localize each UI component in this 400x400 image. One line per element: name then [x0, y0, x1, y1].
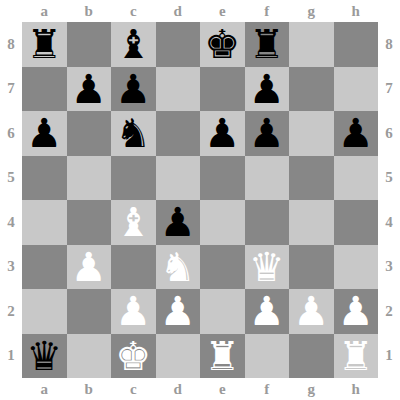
- piece-black-pawn[interactable]: ♟: [71, 67, 107, 111]
- square-f4[interactable]: [245, 200, 290, 245]
- rank-label: 2: [0, 289, 22, 334]
- square-a3[interactable]: [22, 245, 67, 290]
- square-c7[interactable]: ♟: [111, 67, 156, 112]
- file-label: h: [334, 378, 379, 400]
- piece-white-rook[interactable]: ♜: [338, 334, 374, 378]
- file-label: e: [200, 378, 245, 400]
- board: ♜♝♚♜♟♟♟♟♞♟♟♟♝♟♟♞♛♟♟♟♟♟♛♚♜♜: [22, 22, 378, 378]
- file-label: a: [22, 0, 67, 22]
- square-b2[interactable]: [67, 289, 112, 334]
- piece-black-king[interactable]: ♚: [204, 22, 240, 66]
- square-g1[interactable]: [289, 334, 334, 379]
- square-f8[interactable]: ♜: [245, 22, 290, 67]
- file-label: c: [111, 378, 156, 400]
- square-g8[interactable]: [289, 22, 334, 67]
- rank-label: 4: [0, 200, 22, 245]
- square-d8[interactable]: [156, 22, 201, 67]
- piece-white-pawn[interactable]: ♟: [115, 289, 151, 333]
- square-c5[interactable]: [111, 156, 156, 201]
- square-e8[interactable]: ♚: [200, 22, 245, 67]
- square-e1[interactable]: ♜: [200, 334, 245, 379]
- square-a4[interactable]: [22, 200, 67, 245]
- square-e5[interactable]: [200, 156, 245, 201]
- piece-black-pawn[interactable]: ♟: [26, 111, 62, 155]
- square-f6[interactable]: ♟: [245, 111, 290, 156]
- square-b4[interactable]: [67, 200, 112, 245]
- file-label: f: [245, 378, 290, 400]
- file-labels-top: a b c d e f g h: [22, 0, 378, 22]
- square-e7[interactable]: [200, 67, 245, 112]
- rank-label: 7: [0, 67, 22, 112]
- piece-white-pawn[interactable]: ♟: [338, 289, 374, 333]
- square-d5[interactable]: [156, 156, 201, 201]
- piece-black-pawn[interactable]: ♟: [249, 111, 285, 155]
- piece-black-pawn[interactable]: ♟: [204, 111, 240, 155]
- file-label: f: [245, 0, 290, 22]
- rank-label: 8: [378, 22, 400, 67]
- square-e3[interactable]: [200, 245, 245, 290]
- file-labels-bottom: a b c d e f g h: [22, 378, 378, 400]
- piece-white-king[interactable]: ♚: [115, 334, 151, 378]
- square-a8[interactable]: ♜: [22, 22, 67, 67]
- square-c8[interactable]: ♝: [111, 22, 156, 67]
- square-c4[interactable]: ♝: [111, 200, 156, 245]
- rank-label: 4: [378, 200, 400, 245]
- rank-label: 6: [378, 111, 400, 156]
- square-d3[interactable]: ♞: [156, 245, 201, 290]
- square-h7[interactable]: [334, 67, 379, 112]
- square-e4[interactable]: [200, 200, 245, 245]
- piece-white-rook[interactable]: ♜: [204, 334, 240, 378]
- square-c3[interactable]: [111, 245, 156, 290]
- piece-black-pawn[interactable]: ♟: [160, 200, 196, 244]
- square-b5[interactable]: [67, 156, 112, 201]
- square-h8[interactable]: [334, 22, 379, 67]
- piece-white-pawn[interactable]: ♟: [293, 289, 329, 333]
- chess-board-diagram: a b c d e f g h 8 7 6 5 4 3 2 1 8 7 6 5 …: [0, 0, 400, 400]
- file-label: c: [111, 0, 156, 22]
- square-d6[interactable]: [156, 111, 201, 156]
- square-f5[interactable]: [245, 156, 290, 201]
- square-h6[interactable]: ♟: [334, 111, 379, 156]
- piece-black-knight[interactable]: ♞: [115, 111, 151, 155]
- square-f2[interactable]: ♟: [245, 289, 290, 334]
- file-label: b: [67, 0, 112, 22]
- square-c1[interactable]: ♚: [111, 334, 156, 379]
- file-label: g: [289, 378, 334, 400]
- rank-label: 2: [378, 289, 400, 334]
- square-h1[interactable]: ♜: [334, 334, 379, 379]
- square-a6[interactable]: ♟: [22, 111, 67, 156]
- rank-label: 7: [378, 67, 400, 112]
- rank-label: 3: [0, 245, 22, 290]
- square-h3[interactable]: [334, 245, 379, 290]
- piece-black-pawn[interactable]: ♟: [249, 67, 285, 111]
- file-label: g: [289, 0, 334, 22]
- square-g4[interactable]: [289, 200, 334, 245]
- square-g3[interactable]: [289, 245, 334, 290]
- piece-black-queen[interactable]: ♛: [26, 334, 62, 378]
- rank-label: 8: [0, 22, 22, 67]
- square-b6[interactable]: [67, 111, 112, 156]
- square-c2[interactable]: ♟: [111, 289, 156, 334]
- square-g7[interactable]: [289, 67, 334, 112]
- file-label: b: [67, 378, 112, 400]
- piece-white-pawn[interactable]: ♟: [71, 245, 107, 289]
- square-b8[interactable]: [67, 22, 112, 67]
- square-h5[interactable]: [334, 156, 379, 201]
- piece-black-rook[interactable]: ♜: [249, 22, 285, 66]
- piece-white-pawn[interactable]: ♟: [249, 289, 285, 333]
- piece-white-pawn[interactable]: ♟: [160, 289, 196, 333]
- rank-labels-left: 8 7 6 5 4 3 2 1: [0, 22, 22, 378]
- piece-black-bishop[interactable]: ♝: [115, 22, 151, 66]
- square-f7[interactable]: ♟: [245, 67, 290, 112]
- square-d2[interactable]: ♟: [156, 289, 201, 334]
- piece-white-queen[interactable]: ♛: [249, 245, 285, 289]
- square-a2[interactable]: [22, 289, 67, 334]
- square-d4[interactable]: ♟: [156, 200, 201, 245]
- rank-label: 1: [378, 334, 400, 379]
- piece-black-pawn[interactable]: ♟: [338, 111, 374, 155]
- rank-label: 3: [378, 245, 400, 290]
- rank-label: 6: [0, 111, 22, 156]
- square-f3[interactable]: ♛: [245, 245, 290, 290]
- square-e6[interactable]: ♟: [200, 111, 245, 156]
- square-a7[interactable]: [22, 67, 67, 112]
- square-e2[interactable]: [200, 289, 245, 334]
- file-label: a: [22, 378, 67, 400]
- square-h4[interactable]: [334, 200, 379, 245]
- square-g6[interactable]: [289, 111, 334, 156]
- square-g5[interactable]: [289, 156, 334, 201]
- square-c6[interactable]: ♞: [111, 111, 156, 156]
- square-d7[interactable]: [156, 67, 201, 112]
- rank-labels-right: 8 7 6 5 4 3 2 1: [378, 22, 400, 378]
- piece-white-bishop[interactable]: ♝: [115, 200, 151, 244]
- square-d1[interactable]: [156, 334, 201, 379]
- file-label: d: [156, 378, 201, 400]
- rank-label: 5: [378, 156, 400, 201]
- piece-black-rook[interactable]: ♜: [26, 22, 62, 66]
- rank-label: 5: [0, 156, 22, 201]
- file-label: h: [334, 0, 379, 22]
- square-h2[interactable]: ♟: [334, 289, 379, 334]
- piece-white-knight[interactable]: ♞: [160, 245, 196, 289]
- square-a5[interactable]: [22, 156, 67, 201]
- square-g2[interactable]: ♟: [289, 289, 334, 334]
- square-f1[interactable]: [245, 334, 290, 379]
- file-label: e: [200, 0, 245, 22]
- piece-black-pawn[interactable]: ♟: [115, 67, 151, 111]
- square-a1[interactable]: ♛: [22, 334, 67, 379]
- file-label: d: [156, 0, 201, 22]
- square-b1[interactable]: [67, 334, 112, 379]
- square-b3[interactable]: ♟: [67, 245, 112, 290]
- rank-label: 1: [0, 334, 22, 379]
- square-b7[interactable]: ♟: [67, 67, 112, 112]
